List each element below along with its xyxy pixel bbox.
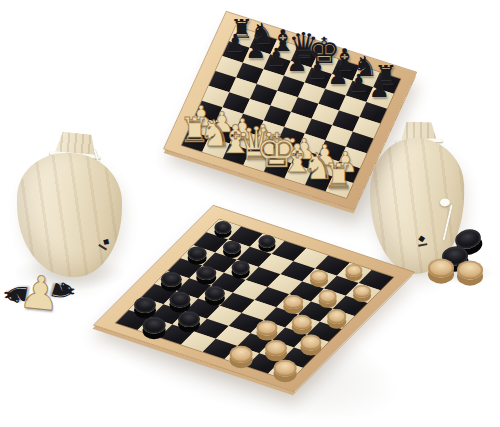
- bag-body: [17, 153, 122, 277]
- bag-string-knot: [440, 198, 450, 206]
- brand-logo-icon: ◆: [417, 234, 426, 244]
- bag-pleats: [17, 153, 122, 277]
- drawstring-bag-left: ◆: [15, 133, 127, 285]
- product-photo-scene: ◆ ◆ ♜♞♝♛♚♝♞♜♟♟♟♟♟♟♟♟♟♟♟♟♟♟♟♟♜♞♝♛♚♝♞♜♞♟♞: [0, 0, 500, 427]
- brand-logo: ◆: [416, 233, 427, 246]
